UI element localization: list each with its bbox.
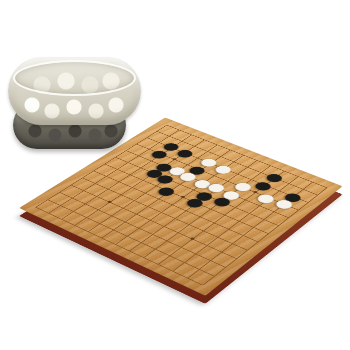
go-set-product-photo[interactable]: ●●●●●●●●●●●●●●●●●●●●●●●●	[0, 0, 350, 350]
white-stones-bowl	[8, 57, 141, 125]
